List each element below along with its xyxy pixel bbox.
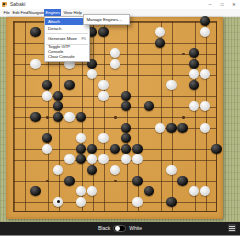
black-stone [155, 38, 165, 48]
white-stone [155, 27, 165, 37]
white-stone [98, 80, 108, 90]
white-stone [200, 101, 210, 111]
black-stone [121, 91, 131, 101]
window-title: Sabaki [10, 0, 25, 9]
black-stone [189, 48, 199, 58]
turn-toggle-knob [115, 226, 120, 231]
white-stone [42, 144, 52, 154]
minimize-button[interactable]: ─ [204, 0, 216, 9]
menu-item-manage-engines-[interactable]: Manage Engines… [84, 16, 129, 23]
white-stone [121, 154, 131, 164]
menu-item-label: Clear Console [48, 54, 75, 59]
menu-item-label: Generate Move [48, 36, 77, 41]
white-stone [189, 69, 199, 79]
bottom-bar: Black White [0, 222, 240, 236]
white-stone [110, 165, 120, 175]
black-stone [53, 112, 63, 122]
black-stone [76, 154, 86, 164]
white-stone [200, 69, 210, 79]
menu-item-shortcut: F5 [82, 36, 86, 41]
white-stone [200, 186, 210, 196]
maximize-button[interactable]: □ [216, 0, 228, 9]
black-stone [42, 133, 52, 143]
white-stone [64, 154, 74, 164]
white-stone [189, 101, 199, 111]
black-stone [76, 112, 86, 122]
white-stone [132, 197, 142, 207]
black-stone [144, 101, 154, 111]
menu-item-label: Toggle GTP Console [48, 44, 86, 54]
go-board[interactable] [6, 17, 223, 219]
white-stone [98, 133, 108, 143]
black-stone [121, 144, 131, 154]
white-stone [189, 186, 199, 196]
black-stone [64, 176, 74, 186]
black-stone [53, 91, 63, 101]
board-stones-grid [7, 16, 222, 218]
attach-submenu: Manage Engines… [83, 14, 130, 25]
board-background [0, 17, 240, 222]
white-stone [98, 154, 108, 164]
white-stone [87, 69, 97, 79]
menu-item-label: Detach [48, 26, 61, 31]
white-stone [87, 154, 97, 164]
black-stone [166, 197, 176, 207]
sabaki-window: Sabaki ─□✕ FileEditFindNavigationEngines… [0, 0, 240, 235]
black-stone [42, 80, 52, 90]
white-stone [98, 91, 108, 101]
title-bar: Sabaki ─□✕ [0, 0, 240, 9]
white-stone [64, 112, 74, 122]
menu-separator [46, 33, 88, 34]
black-stone [211, 144, 221, 154]
sabaki-logo-icon [2, 2, 7, 7]
black-stone [166, 123, 176, 133]
black-stone [30, 112, 40, 122]
black-stone [189, 59, 199, 69]
window-controls: ─□✕ [204, 0, 240, 9]
white-stone [42, 91, 52, 101]
black-player-label: Black [98, 225, 110, 231]
black-stone [132, 176, 142, 186]
black-stone [30, 27, 40, 37]
black-stone [177, 123, 187, 133]
black-stone [87, 144, 97, 154]
black-stone [76, 144, 86, 154]
menu-item-label: Attach [48, 19, 60, 24]
black-stone [30, 186, 40, 196]
white-stone [53, 165, 63, 175]
black-stone [121, 123, 131, 133]
white-stone [166, 80, 176, 90]
white-stone [76, 186, 86, 196]
black-stone [144, 186, 154, 196]
white-stone [166, 165, 176, 175]
last-move-marker [57, 200, 60, 203]
black-stone [98, 27, 108, 37]
white-stone [200, 123, 210, 133]
white-stone [110, 48, 120, 58]
black-stone [87, 165, 97, 175]
white-stone [76, 133, 86, 143]
black-stone [121, 101, 131, 111]
black-stone [177, 176, 187, 186]
white-stone [53, 197, 63, 207]
menu-item-generate-move[interactable]: Generate MoveF5 [45, 35, 89, 42]
white-stone [155, 123, 165, 133]
white-stone [132, 154, 142, 164]
white-stone [200, 27, 210, 37]
menu-item-toggle-gtp-console[interactable]: Toggle GTP Console [45, 46, 89, 53]
black-stone [200, 16, 210, 26]
black-stone [64, 80, 74, 90]
black-stone [53, 101, 63, 111]
close-button[interactable]: ✕ [228, 0, 240, 9]
black-stone [132, 144, 142, 154]
black-stone [189, 80, 199, 90]
white-player-label: White [129, 225, 142, 231]
white-stone [30, 59, 40, 69]
white-stone [110, 59, 120, 69]
black-stone [121, 133, 131, 143]
white-stone [87, 186, 97, 196]
white-stone [76, 197, 86, 207]
turn-toggle[interactable] [113, 225, 126, 232]
menu-item-detach[interactable]: Detach [45, 25, 89, 32]
menu-hamburger-icon[interactable] [228, 224, 236, 232]
black-stone [110, 144, 120, 154]
